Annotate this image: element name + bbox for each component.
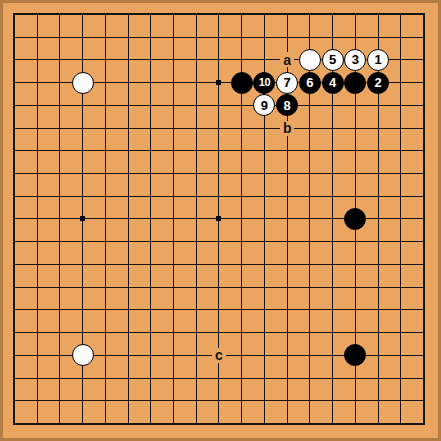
intersection-18-3[interactable]: [412, 71, 435, 94]
intersection-5-11[interactable]: [117, 253, 140, 276]
intersection-13-11[interactable]: [299, 253, 322, 276]
intersection-8-13[interactable]: [185, 299, 208, 322]
white-stone[interactable]: [299, 49, 321, 71]
intersection-17-8[interactable]: [389, 185, 412, 208]
intersection-16-13[interactable]: [367, 299, 390, 322]
intersection-18-8[interactable]: [412, 185, 435, 208]
intersection-14-11[interactable]: [321, 253, 344, 276]
intersection-9-9[interactable]: [208, 208, 231, 231]
intersection-14-14[interactable]: [321, 321, 344, 344]
intersection-15-15[interactable]: [344, 344, 367, 367]
intersection-5-7[interactable]: [117, 162, 140, 185]
intersection-17-13[interactable]: [389, 299, 412, 322]
intersection-1-18[interactable]: [26, 412, 49, 435]
intersection-16-9[interactable]: [367, 208, 390, 231]
intersection-3-1[interactable]: [71, 26, 94, 49]
intersection-18-18[interactable]: [412, 412, 435, 435]
intersection-10-16[interactable]: [230, 367, 253, 390]
black-stone-move-2[interactable]: 2: [367, 72, 389, 94]
intersection-17-1[interactable]: [389, 26, 412, 49]
intersection-6-4[interactable]: [139, 94, 162, 117]
white-stone-move-9[interactable]: 9: [253, 94, 275, 116]
intersection-4-4[interactable]: [94, 94, 117, 117]
intersection-18-6[interactable]: [412, 139, 435, 162]
point-label-b[interactable]: b: [280, 121, 294, 136]
intersection-15-3[interactable]: [344, 71, 367, 94]
intersection-4-8[interactable]: [94, 185, 117, 208]
intersection-12-2[interactable]: a: [276, 48, 299, 71]
intersection-4-5[interactable]: [94, 117, 117, 140]
intersection-1-16[interactable]: [26, 367, 49, 390]
intersection-6-1[interactable]: [139, 26, 162, 49]
intersection-16-10[interactable]: [367, 230, 390, 253]
intersection-5-10[interactable]: [117, 230, 140, 253]
intersection-6-12[interactable]: [139, 276, 162, 299]
intersection-0-8[interactable]: [3, 185, 26, 208]
intersection-17-3[interactable]: [389, 71, 412, 94]
intersection-5-3[interactable]: [117, 71, 140, 94]
intersection-5-2[interactable]: [117, 48, 140, 71]
intersection-16-12[interactable]: [367, 276, 390, 299]
intersection-18-10[interactable]: [412, 230, 435, 253]
intersection-10-11[interactable]: [230, 253, 253, 276]
intersection-2-16[interactable]: [48, 367, 71, 390]
intersection-14-0[interactable]: [321, 3, 344, 26]
intersection-12-1[interactable]: [276, 26, 299, 49]
intersection-10-3[interactable]: [230, 71, 253, 94]
intersection-1-4[interactable]: [26, 94, 49, 117]
intersection-15-7[interactable]: [344, 162, 367, 185]
intersection-8-18[interactable]: [185, 412, 208, 435]
intersection-13-14[interactable]: [299, 321, 322, 344]
intersection-18-15[interactable]: [412, 344, 435, 367]
intersection-15-4[interactable]: [344, 94, 367, 117]
intersection-7-17[interactable]: [162, 389, 185, 412]
intersection-11-13[interactable]: [253, 299, 276, 322]
intersection-2-15[interactable]: [48, 344, 71, 367]
intersection-4-6[interactable]: [94, 139, 117, 162]
intersection-3-10[interactable]: [71, 230, 94, 253]
intersection-8-0[interactable]: [185, 3, 208, 26]
intersection-9-1[interactable]: [208, 26, 231, 49]
intersection-9-13[interactable]: [208, 299, 231, 322]
intersection-10-6[interactable]: [230, 139, 253, 162]
intersection-15-0[interactable]: [344, 3, 367, 26]
intersection-14-15[interactable]: [321, 344, 344, 367]
intersection-0-10[interactable]: [3, 230, 26, 253]
intersection-0-7[interactable]: [3, 162, 26, 185]
intersection-12-8[interactable]: [276, 185, 299, 208]
intersection-9-14[interactable]: [208, 321, 231, 344]
intersection-8-2[interactable]: [185, 48, 208, 71]
intersection-5-4[interactable]: [117, 94, 140, 117]
intersection-15-1[interactable]: [344, 26, 367, 49]
intersection-1-13[interactable]: [26, 299, 49, 322]
intersection-1-15[interactable]: [26, 344, 49, 367]
intersection-6-11[interactable]: [139, 253, 162, 276]
intersection-17-18[interactable]: [389, 412, 412, 435]
intersection-3-12[interactable]: [71, 276, 94, 299]
intersection-13-10[interactable]: [299, 230, 322, 253]
intersection-7-8[interactable]: [162, 185, 185, 208]
intersection-9-12[interactable]: [208, 276, 231, 299]
intersection-13-5[interactable]: [299, 117, 322, 140]
intersection-12-17[interactable]: [276, 389, 299, 412]
intersection-12-18[interactable]: [276, 412, 299, 435]
intersection-8-9[interactable]: [185, 208, 208, 231]
intersection-11-14[interactable]: [253, 321, 276, 344]
intersection-16-11[interactable]: [367, 253, 390, 276]
intersection-13-16[interactable]: [299, 367, 322, 390]
intersection-8-8[interactable]: [185, 185, 208, 208]
intersection-6-0[interactable]: [139, 3, 162, 26]
intersection-12-14[interactable]: [276, 321, 299, 344]
intersection-8-12[interactable]: [185, 276, 208, 299]
intersection-5-8[interactable]: [117, 185, 140, 208]
intersection-0-18[interactable]: [3, 412, 26, 435]
intersection-13-9[interactable]: [299, 208, 322, 231]
intersection-12-13[interactable]: [276, 299, 299, 322]
intersection-9-10[interactable]: [208, 230, 231, 253]
intersection-9-15[interactable]: c: [208, 344, 231, 367]
intersection-4-9[interactable]: [94, 208, 117, 231]
intersection-13-7[interactable]: [299, 162, 322, 185]
intersection-3-18[interactable]: [71, 412, 94, 435]
intersection-12-6[interactable]: [276, 139, 299, 162]
intersection-9-8[interactable]: [208, 185, 231, 208]
intersection-4-7[interactable]: [94, 162, 117, 185]
intersection-14-5[interactable]: [321, 117, 344, 140]
intersection-11-2[interactable]: [253, 48, 276, 71]
intersection-18-14[interactable]: [412, 321, 435, 344]
intersection-8-1[interactable]: [185, 26, 208, 49]
intersection-8-6[interactable]: [185, 139, 208, 162]
intersection-17-5[interactable]: [389, 117, 412, 140]
intersection-16-0[interactable]: [367, 3, 390, 26]
intersection-16-7[interactable]: [367, 162, 390, 185]
intersection-5-15[interactable]: [117, 344, 140, 367]
intersection-10-8[interactable]: [230, 185, 253, 208]
intersection-8-10[interactable]: [185, 230, 208, 253]
intersection-6-6[interactable]: [139, 139, 162, 162]
intersection-6-2[interactable]: [139, 48, 162, 71]
intersection-7-2[interactable]: [162, 48, 185, 71]
intersection-9-11[interactable]: [208, 253, 231, 276]
intersection-17-12[interactable]: [389, 276, 412, 299]
intersection-18-9[interactable]: [412, 208, 435, 231]
intersection-0-17[interactable]: [3, 389, 26, 412]
intersection-11-10[interactable]: [253, 230, 276, 253]
intersection-8-4[interactable]: [185, 94, 208, 117]
intersection-8-15[interactable]: [185, 344, 208, 367]
intersection-5-5[interactable]: [117, 117, 140, 140]
intersection-10-0[interactable]: [230, 3, 253, 26]
intersection-3-2[interactable]: [71, 48, 94, 71]
intersection-1-10[interactable]: [26, 230, 49, 253]
intersection-2-13[interactable]: [48, 299, 71, 322]
intersection-14-9[interactable]: [321, 208, 344, 231]
intersection-6-14[interactable]: [139, 321, 162, 344]
intersection-4-14[interactable]: [94, 321, 117, 344]
intersection-17-16[interactable]: [389, 367, 412, 390]
intersection-7-16[interactable]: [162, 367, 185, 390]
intersection-4-3[interactable]: [94, 71, 117, 94]
white-stone-move-1[interactable]: 1: [367, 49, 389, 71]
intersection-6-3[interactable]: [139, 71, 162, 94]
intersection-18-4[interactable]: [412, 94, 435, 117]
intersection-14-13[interactable]: [321, 299, 344, 322]
intersection-17-2[interactable]: [389, 48, 412, 71]
intersection-17-6[interactable]: [389, 139, 412, 162]
intersection-11-12[interactable]: [253, 276, 276, 299]
intersection-2-8[interactable]: [48, 185, 71, 208]
intersection-6-5[interactable]: [139, 117, 162, 140]
intersection-2-12[interactable]: [48, 276, 71, 299]
intersection-2-4[interactable]: [48, 94, 71, 117]
intersection-5-9[interactable]: [117, 208, 140, 231]
intersection-10-4[interactable]: [230, 94, 253, 117]
intersection-3-17[interactable]: [71, 389, 94, 412]
intersection-4-16[interactable]: [94, 367, 117, 390]
intersection-0-1[interactable]: [3, 26, 26, 49]
intersection-14-2[interactable]: 5: [321, 48, 344, 71]
intersection-14-18[interactable]: [321, 412, 344, 435]
intersection-14-4[interactable]: [321, 94, 344, 117]
intersection-17-14[interactable]: [389, 321, 412, 344]
intersection-14-1[interactable]: [321, 26, 344, 49]
intersection-0-4[interactable]: [3, 94, 26, 117]
intersection-18-17[interactable]: [412, 389, 435, 412]
intersection-14-17[interactable]: [321, 389, 344, 412]
intersection-9-17[interactable]: [208, 389, 231, 412]
intersection-11-15[interactable]: [253, 344, 276, 367]
intersection-3-13[interactable]: [71, 299, 94, 322]
intersection-10-7[interactable]: [230, 162, 253, 185]
white-stone[interactable]: [72, 344, 94, 366]
intersection-1-6[interactable]: [26, 139, 49, 162]
intersection-17-15[interactable]: [389, 344, 412, 367]
intersection-5-1[interactable]: [117, 26, 140, 49]
intersection-9-18[interactable]: [208, 412, 231, 435]
intersection-5-16[interactable]: [117, 367, 140, 390]
intersection-9-5[interactable]: [208, 117, 231, 140]
intersection-2-11[interactable]: [48, 253, 71, 276]
intersection-11-16[interactable]: [253, 367, 276, 390]
intersection-3-7[interactable]: [71, 162, 94, 185]
intersection-12-16[interactable]: [276, 367, 299, 390]
intersection-11-9[interactable]: [253, 208, 276, 231]
intersection-5-12[interactable]: [117, 276, 140, 299]
intersection-0-3[interactable]: [3, 71, 26, 94]
intersection-3-5[interactable]: [71, 117, 94, 140]
intersection-13-13[interactable]: [299, 299, 322, 322]
intersection-16-5[interactable]: [367, 117, 390, 140]
intersection-15-6[interactable]: [344, 139, 367, 162]
intersection-1-0[interactable]: [26, 3, 49, 26]
intersection-0-5[interactable]: [3, 117, 26, 140]
intersection-6-16[interactable]: [139, 367, 162, 390]
intersection-7-3[interactable]: [162, 71, 185, 94]
intersection-8-11[interactable]: [185, 253, 208, 276]
intersection-1-7[interactable]: [26, 162, 49, 185]
intersection-6-17[interactable]: [139, 389, 162, 412]
intersection-14-6[interactable]: [321, 139, 344, 162]
intersection-3-3[interactable]: [71, 71, 94, 94]
point-label-a[interactable]: a: [280, 52, 294, 67]
intersection-6-13[interactable]: [139, 299, 162, 322]
intersection-7-15[interactable]: [162, 344, 185, 367]
intersection-2-7[interactable]: [48, 162, 71, 185]
intersection-5-0[interactable]: [117, 3, 140, 26]
intersection-15-12[interactable]: [344, 276, 367, 299]
intersection-9-7[interactable]: [208, 162, 231, 185]
intersection-12-5[interactable]: b: [276, 117, 299, 140]
intersection-10-5[interactable]: [230, 117, 253, 140]
intersection-15-18[interactable]: [344, 412, 367, 435]
intersection-2-2[interactable]: [48, 48, 71, 71]
intersection-10-18[interactable]: [230, 412, 253, 435]
intersection-14-12[interactable]: [321, 276, 344, 299]
intersection-3-16[interactable]: [71, 367, 94, 390]
intersection-13-4[interactable]: [299, 94, 322, 117]
intersection-1-1[interactable]: [26, 26, 49, 49]
intersection-16-4[interactable]: [367, 94, 390, 117]
intersection-12-7[interactable]: [276, 162, 299, 185]
intersection-2-5[interactable]: [48, 117, 71, 140]
intersection-6-10[interactable]: [139, 230, 162, 253]
intersection-10-1[interactable]: [230, 26, 253, 49]
intersection-3-6[interactable]: [71, 139, 94, 162]
intersection-4-11[interactable]: [94, 253, 117, 276]
intersection-8-5[interactable]: [185, 117, 208, 140]
intersection-13-0[interactable]: [299, 3, 322, 26]
intersection-9-6[interactable]: [208, 139, 231, 162]
intersection-15-11[interactable]: [344, 253, 367, 276]
intersection-3-4[interactable]: [71, 94, 94, 117]
intersection-9-3[interactable]: [208, 71, 231, 94]
intersection-11-4[interactable]: 9: [253, 94, 276, 117]
intersection-3-14[interactable]: [71, 321, 94, 344]
point-label-c[interactable]: c: [212, 348, 226, 363]
intersection-17-17[interactable]: [389, 389, 412, 412]
intersection-16-14[interactable]: [367, 321, 390, 344]
intersection-6-9[interactable]: [139, 208, 162, 231]
intersection-7-0[interactable]: [162, 3, 185, 26]
intersection-18-1[interactable]: [412, 26, 435, 49]
intersection-7-6[interactable]: [162, 139, 185, 162]
intersection-1-11[interactable]: [26, 253, 49, 276]
intersection-12-0[interactable]: [276, 3, 299, 26]
intersection-11-8[interactable]: [253, 185, 276, 208]
intersection-18-2[interactable]: [412, 48, 435, 71]
intersection-4-2[interactable]: [94, 48, 117, 71]
intersection-2-0[interactable]: [48, 3, 71, 26]
intersection-1-14[interactable]: [26, 321, 49, 344]
intersection-6-18[interactable]: [139, 412, 162, 435]
intersection-12-11[interactable]: [276, 253, 299, 276]
intersection-1-17[interactable]: [26, 389, 49, 412]
black-stone[interactable]: [344, 72, 366, 94]
intersection-4-18[interactable]: [94, 412, 117, 435]
black-stone-move-4[interactable]: 4: [322, 72, 344, 94]
black-stone-move-8[interactable]: 8: [276, 94, 298, 116]
intersection-16-17[interactable]: [367, 389, 390, 412]
intersection-17-11[interactable]: [389, 253, 412, 276]
intersection-13-6[interactable]: [299, 139, 322, 162]
intersection-14-7[interactable]: [321, 162, 344, 185]
intersection-7-9[interactable]: [162, 208, 185, 231]
intersection-14-8[interactable]: [321, 185, 344, 208]
intersection-0-9[interactable]: [3, 208, 26, 231]
intersection-16-6[interactable]: [367, 139, 390, 162]
intersection-0-14[interactable]: [3, 321, 26, 344]
intersection-11-3[interactable]: 10: [253, 71, 276, 94]
intersection-0-2[interactable]: [3, 48, 26, 71]
intersection-3-9[interactable]: [71, 208, 94, 231]
intersection-13-18[interactable]: [299, 412, 322, 435]
intersection-10-10[interactable]: [230, 230, 253, 253]
intersection-2-1[interactable]: [48, 26, 71, 49]
intersection-11-7[interactable]: [253, 162, 276, 185]
white-stone-move-7[interactable]: 7: [276, 72, 298, 94]
white-stone-move-3[interactable]: 3: [344, 49, 366, 71]
intersection-7-4[interactable]: [162, 94, 185, 117]
intersection-7-18[interactable]: [162, 412, 185, 435]
intersection-4-13[interactable]: [94, 299, 117, 322]
intersection-8-3[interactable]: [185, 71, 208, 94]
intersection-2-10[interactable]: [48, 230, 71, 253]
intersection-14-16[interactable]: [321, 367, 344, 390]
intersection-6-8[interactable]: [139, 185, 162, 208]
intersection-18-0[interactable]: [412, 3, 435, 26]
intersection-1-5[interactable]: [26, 117, 49, 140]
intersection-4-10[interactable]: [94, 230, 117, 253]
intersection-7-14[interactable]: [162, 321, 185, 344]
intersection-5-14[interactable]: [117, 321, 140, 344]
black-stone[interactable]: [344, 208, 366, 230]
intersection-12-3[interactable]: 7: [276, 71, 299, 94]
intersection-17-7[interactable]: [389, 162, 412, 185]
intersection-0-16[interactable]: [3, 367, 26, 390]
intersection-12-12[interactable]: [276, 276, 299, 299]
intersection-4-17[interactable]: [94, 389, 117, 412]
intersection-15-14[interactable]: [344, 321, 367, 344]
intersection-8-16[interactable]: [185, 367, 208, 390]
intersection-5-6[interactable]: [117, 139, 140, 162]
intersection-7-5[interactable]: [162, 117, 185, 140]
intersection-4-0[interactable]: [94, 3, 117, 26]
intersection-0-15[interactable]: [3, 344, 26, 367]
black-stone-move-10[interactable]: 10: [253, 72, 275, 94]
intersection-7-10[interactable]: [162, 230, 185, 253]
intersection-13-17[interactable]: [299, 389, 322, 412]
intersection-7-1[interactable]: [162, 26, 185, 49]
intersection-3-11[interactable]: [71, 253, 94, 276]
intersection-5-13[interactable]: [117, 299, 140, 322]
white-stone-move-5[interactable]: 5: [322, 49, 344, 71]
intersection-16-16[interactable]: [367, 367, 390, 390]
intersection-18-7[interactable]: [412, 162, 435, 185]
intersection-15-10[interactable]: [344, 230, 367, 253]
intersection-2-9[interactable]: [48, 208, 71, 231]
intersection-17-9[interactable]: [389, 208, 412, 231]
intersection-9-16[interactable]: [208, 367, 231, 390]
black-stone-move-6[interactable]: 6: [299, 72, 321, 94]
intersection-2-18[interactable]: [48, 412, 71, 435]
intersection-10-9[interactable]: [230, 208, 253, 231]
intersection-9-0[interactable]: [208, 3, 231, 26]
intersection-11-17[interactable]: [253, 389, 276, 412]
